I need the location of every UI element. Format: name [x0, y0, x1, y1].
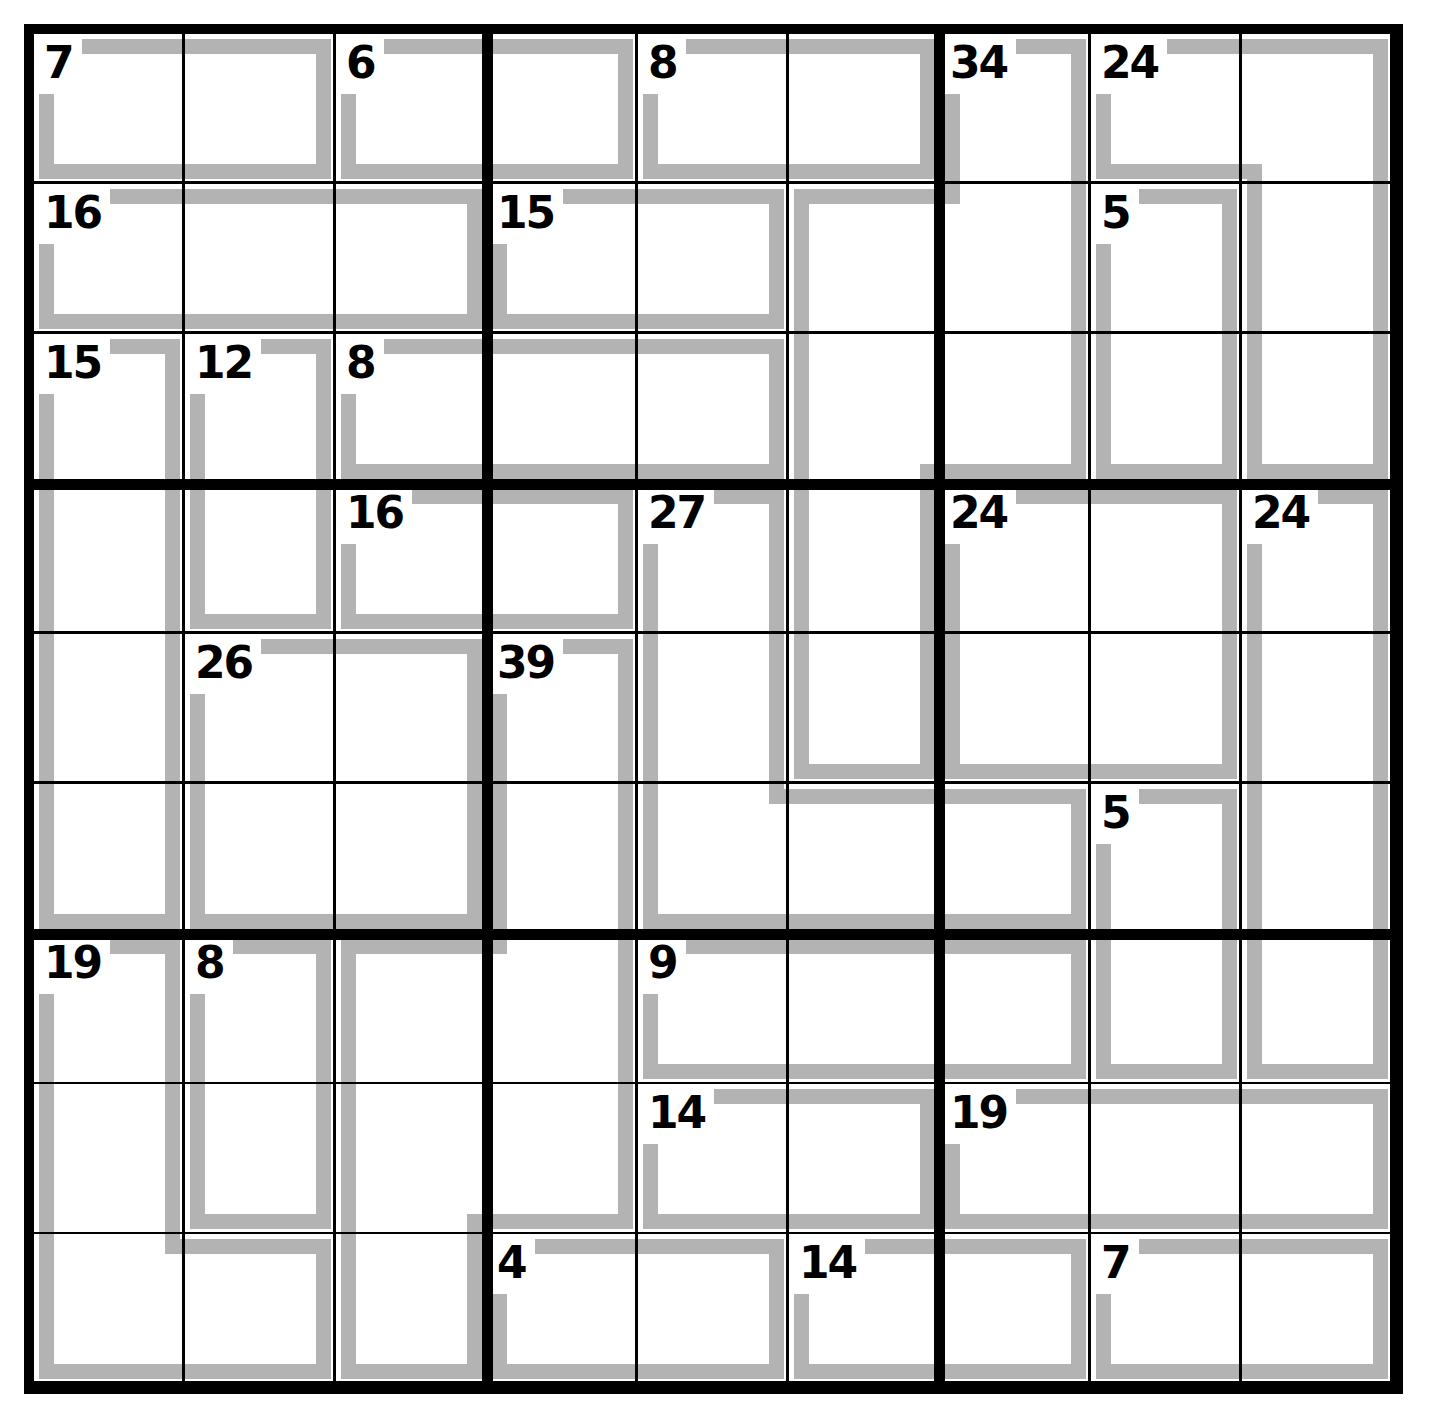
cage-border-segment — [618, 1064, 633, 1229]
cage-sum-label: 14 — [789, 1234, 865, 1294]
cell-r4c7[interactable]: 24 — [940, 484, 1091, 634]
cell-r1c4[interactable] — [487, 34, 638, 184]
cage-border-segment — [467, 489, 633, 504]
cell-r6c6[interactable] — [789, 784, 940, 934]
cage-sum-label: 19 — [34, 934, 110, 994]
cell-r1c2[interactable] — [185, 34, 336, 184]
cage-border-segment — [920, 914, 1086, 929]
cell-r4c4[interactable] — [487, 484, 638, 634]
cage-border-segment — [341, 939, 507, 954]
cage-border-segment — [467, 614, 633, 629]
cage-border-segment — [316, 1064, 331, 1229]
cage-border-segment — [1222, 614, 1237, 779]
cell-r9c6[interactable]: 14 — [789, 1234, 940, 1384]
cage-sum-label: 15 — [487, 184, 563, 244]
cage-border-segment — [467, 164, 633, 179]
cage-border-segment — [316, 39, 331, 179]
cage-border-segment — [618, 189, 784, 204]
cell-r9c4[interactable]: 4 — [487, 1234, 638, 1384]
cage-border-segment — [920, 39, 935, 179]
cell-r9c1[interactable] — [34, 1234, 185, 1384]
cell-r8c8[interactable] — [1091, 1084, 1242, 1234]
cage-border-segment — [1096, 314, 1111, 479]
cell-r1c8[interactable]: 24 — [1091, 34, 1242, 184]
cell-r4c1[interactable] — [34, 484, 185, 634]
cell-r2c7[interactable] — [940, 184, 1091, 334]
cell-r5c8[interactable] — [1091, 634, 1242, 784]
cage-border-segment — [618, 339, 784, 354]
cage-border-segment — [316, 914, 482, 929]
cell-r3c6[interactable] — [789, 334, 940, 484]
cage-border-segment — [945, 614, 960, 779]
cage-sum-label: 16 — [34, 184, 110, 244]
cage-border-segment — [618, 39, 633, 179]
cell-r4c5[interactable]: 27 — [638, 484, 789, 634]
cage-sum-label: 8 — [336, 334, 384, 394]
cell-r5c1[interactable] — [34, 634, 185, 784]
cell-r7c2[interactable]: 8 — [185, 934, 336, 1084]
cage-border-segment — [618, 489, 633, 629]
killer-sudoku-board: 7683424161551512816272424263951989141941… — [24, 24, 1403, 1394]
cage-border-segment — [1096, 914, 1111, 1079]
cell-r7c1[interactable]: 19 — [34, 934, 185, 1084]
cage-border-segment — [190, 764, 205, 929]
cell-r3c2[interactable]: 12 — [185, 334, 336, 484]
cage-border-segment — [39, 764, 54, 929]
cell-r3c4[interactable] — [487, 334, 638, 484]
cage-sum-label: 12 — [185, 334, 261, 394]
cell-r9c9[interactable] — [1242, 1234, 1393, 1384]
cage-border-segment — [920, 1064, 1086, 1079]
cage-sum-label: 39 — [487, 634, 563, 694]
cage-border-segment — [1222, 1364, 1388, 1379]
cage-border-segment — [467, 764, 482, 929]
cell-r5c7[interactable] — [940, 634, 1091, 784]
cell-r8c9[interactable] — [1242, 1084, 1393, 1234]
cage-border-segment — [920, 614, 935, 779]
cage-border-segment — [920, 789, 1086, 804]
cell-r8c4[interactable] — [487, 1084, 638, 1234]
cage-sum-label: 15 — [34, 334, 110, 394]
cage-border-segment — [618, 464, 784, 479]
cage-border-segment — [794, 764, 935, 779]
cage-border-segment — [1222, 914, 1237, 1079]
cage-sum-label: 14 — [638, 1084, 714, 1144]
cage-border-segment — [1222, 314, 1237, 479]
cage-border-segment — [165, 39, 331, 54]
cell-r6c4[interactable] — [487, 784, 638, 934]
cell-r6c3[interactable] — [336, 784, 487, 934]
cage-border-segment — [1071, 939, 1086, 1079]
cage-sum-label: 6 — [336, 34, 384, 94]
cage-border-segment — [165, 764, 180, 929]
cage-border-segment — [316, 464, 331, 629]
cell-r1c3[interactable]: 6 — [336, 34, 487, 184]
cage-border-segment — [769, 1089, 935, 1104]
cell-r7c4[interactable] — [487, 934, 638, 1084]
cage-border-segment — [467, 1214, 633, 1229]
cell-r9c7[interactable] — [940, 1234, 1091, 1384]
cell-r4c9[interactable]: 24 — [1242, 484, 1393, 634]
cage-border-segment — [39, 1214, 54, 1379]
cell-r9c3[interactable] — [336, 1234, 487, 1384]
cage-border-segment — [190, 1214, 331, 1229]
page: { "game": "killer-sudoku", "board": { "r… — [0, 0, 1429, 1418]
cell-r7c3[interactable] — [336, 934, 487, 1084]
cage-border-segment — [165, 1364, 331, 1379]
cage-border-segment — [618, 314, 784, 329]
cage-border-segment — [794, 614, 809, 779]
cage-sum-label: 7 — [1091, 1234, 1139, 1294]
cage-sum-label: 9 — [638, 934, 686, 994]
cage-border-segment — [769, 1214, 935, 1229]
cell-r5c5[interactable] — [638, 634, 789, 784]
cage-sum-label: 24 — [1242, 484, 1318, 544]
cell-r9c5[interactable] — [638, 1234, 789, 1384]
cage-sum-label: 8 — [638, 34, 686, 94]
cell-r2c9[interactable] — [1242, 184, 1393, 334]
cell-r7c6[interactable] — [789, 934, 940, 1084]
cage-border-segment — [165, 164, 331, 179]
cell-r2c6[interactable] — [789, 184, 940, 334]
cage-border-segment — [1071, 314, 1086, 479]
cage-border-segment — [1096, 464, 1237, 479]
cell-r6c7[interactable] — [940, 784, 1091, 934]
cell-r2c5[interactable] — [638, 184, 789, 334]
cage-border-segment — [1096, 164, 1262, 179]
cell-r6c9[interactable] — [1242, 784, 1393, 934]
cell-r3c3[interactable]: 8 — [336, 334, 487, 484]
cell-r7c7[interactable] — [940, 934, 1091, 1084]
cage-border-segment — [920, 1239, 1086, 1254]
cage-border-segment — [769, 164, 935, 179]
cage-border-segment — [467, 1214, 482, 1379]
cell-r3c8[interactable] — [1091, 334, 1242, 484]
cage-border-segment — [1373, 1239, 1388, 1379]
cage-sum-label: 19 — [940, 1084, 1016, 1144]
cell-r8c3[interactable] — [336, 1084, 487, 1234]
cage-border-segment — [190, 1064, 205, 1229]
cell-r1c7[interactable]: 34 — [940, 34, 1091, 184]
cage-border-segment — [769, 339, 784, 479]
cage-sum-label: 34 — [940, 34, 1016, 94]
cage-border-segment — [769, 39, 935, 54]
cage-border-segment — [467, 39, 633, 54]
cage-sum-label: 8 — [185, 934, 233, 994]
cage-border-segment — [618, 1239, 784, 1254]
cage-border-segment — [1373, 314, 1388, 479]
cell-r4c2[interactable] — [185, 484, 336, 634]
cage-border-segment — [316, 1239, 331, 1379]
cell-r9c2[interactable] — [185, 1234, 336, 1384]
cell-r6c8[interactable]: 5 — [1091, 784, 1242, 934]
cell-r2c2[interactable] — [185, 184, 336, 334]
cage-border-segment — [190, 464, 205, 629]
cells: 7683424161551512816272424263951989141941… — [34, 34, 1393, 1384]
cage-border-segment — [1071, 1239, 1086, 1379]
cell-r2c3[interactable] — [336, 184, 487, 334]
cage-border-segment — [1373, 914, 1388, 1079]
cage-border-segment — [1222, 1239, 1388, 1254]
cell-r8c2[interactable] — [185, 1084, 336, 1234]
cage-border-segment — [643, 764, 658, 929]
cage-border-segment — [492, 764, 507, 954]
cell-r8c7[interactable]: 19 — [940, 1084, 1091, 1234]
cage-border-segment — [769, 614, 784, 804]
cell-r1c6[interactable] — [789, 34, 940, 184]
cage-border-segment — [39, 914, 180, 929]
cell-r6c2[interactable] — [185, 784, 336, 934]
cage-border-segment — [920, 939, 1086, 954]
cell-r2c4[interactable]: 15 — [487, 184, 638, 334]
cell-r3c5[interactable] — [638, 334, 789, 484]
cell-r1c1[interactable]: 7 — [34, 34, 185, 184]
cell-r7c9[interactable] — [1242, 934, 1393, 1084]
cage-border-segment — [467, 189, 482, 329]
cell-r4c6[interactable] — [789, 484, 940, 634]
cell-r1c9[interactable] — [1242, 34, 1393, 184]
cage-border-segment — [769, 1239, 784, 1379]
cell-r7c5[interactable]: 9 — [638, 934, 789, 1084]
cage-border-segment — [1096, 1064, 1237, 1079]
cell-r5c9[interactable] — [1242, 634, 1393, 784]
cell-r3c7[interactable] — [940, 334, 1091, 484]
cage-sum-label: 24 — [940, 484, 1016, 544]
cage-border-segment — [1222, 1214, 1388, 1229]
cage-sum-label: 7 — [34, 34, 82, 94]
cage-border-segment — [1071, 764, 1237, 779]
cage-sum-label: 4 — [487, 1234, 535, 1294]
cell-r8c6[interactable] — [789, 1084, 940, 1234]
cage-border-segment — [341, 1364, 482, 1379]
cage-border-segment — [1247, 314, 1262, 479]
cell-r2c1[interactable]: 16 — [34, 184, 185, 334]
cage-border-segment — [920, 1364, 1086, 1379]
cage-border-segment — [1222, 1089, 1388, 1104]
cell-r3c9[interactable] — [1242, 334, 1393, 484]
cell-r4c8[interactable] — [1091, 484, 1242, 634]
cell-r5c3[interactable] — [336, 634, 487, 784]
cell-r2c8[interactable]: 5 — [1091, 184, 1242, 334]
cage-border-segment — [794, 189, 960, 204]
cage-sum-label: 16 — [336, 484, 412, 544]
cell-r6c5[interactable] — [638, 784, 789, 934]
cage-border-segment — [920, 464, 1086, 479]
cage-border-segment — [1247, 464, 1388, 479]
cell-r8c1[interactable] — [34, 1084, 185, 1234]
cage-border-segment — [1071, 489, 1237, 504]
cell-r1c5[interactable]: 8 — [638, 34, 789, 184]
cage-border-segment — [1071, 789, 1086, 929]
cell-r5c2[interactable]: 26 — [185, 634, 336, 784]
cell-r5c4[interactable]: 39 — [487, 634, 638, 784]
cage-border-segment — [190, 614, 331, 629]
cage-sum-label: 24 — [1091, 34, 1167, 94]
cage-sum-label: 26 — [185, 634, 261, 694]
cell-r5c6[interactable] — [789, 634, 940, 784]
cell-r8c5[interactable]: 14 — [638, 1084, 789, 1234]
cage-sum-label: 5 — [1091, 184, 1139, 244]
cell-r9c8[interactable]: 7 — [1091, 1234, 1242, 1384]
cage-border-segment — [1247, 914, 1262, 1079]
cell-r4c3[interactable]: 16 — [336, 484, 487, 634]
cell-r3c1[interactable]: 15 — [34, 334, 185, 484]
cage-border-segment — [618, 1364, 784, 1379]
cage-border-segment — [1373, 1089, 1388, 1229]
cage-border-segment — [316, 314, 482, 329]
cage-border-segment — [165, 1239, 331, 1254]
cage-border-segment — [1222, 39, 1388, 54]
cell-r6c1[interactable] — [34, 784, 185, 934]
cage-border-segment — [316, 189, 482, 204]
cage-sum-label: 5 — [1091, 784, 1139, 844]
cage-border-segment — [920, 1089, 935, 1229]
cage-border-segment — [769, 189, 784, 329]
cage-sum-label: 27 — [638, 484, 714, 544]
cage-border-segment — [165, 1064, 180, 1254]
cage-border-segment — [316, 639, 482, 654]
cell-r7c8[interactable] — [1091, 934, 1242, 1084]
cage-border-segment — [1247, 1064, 1388, 1079]
cage-border-segment — [341, 1214, 356, 1379]
